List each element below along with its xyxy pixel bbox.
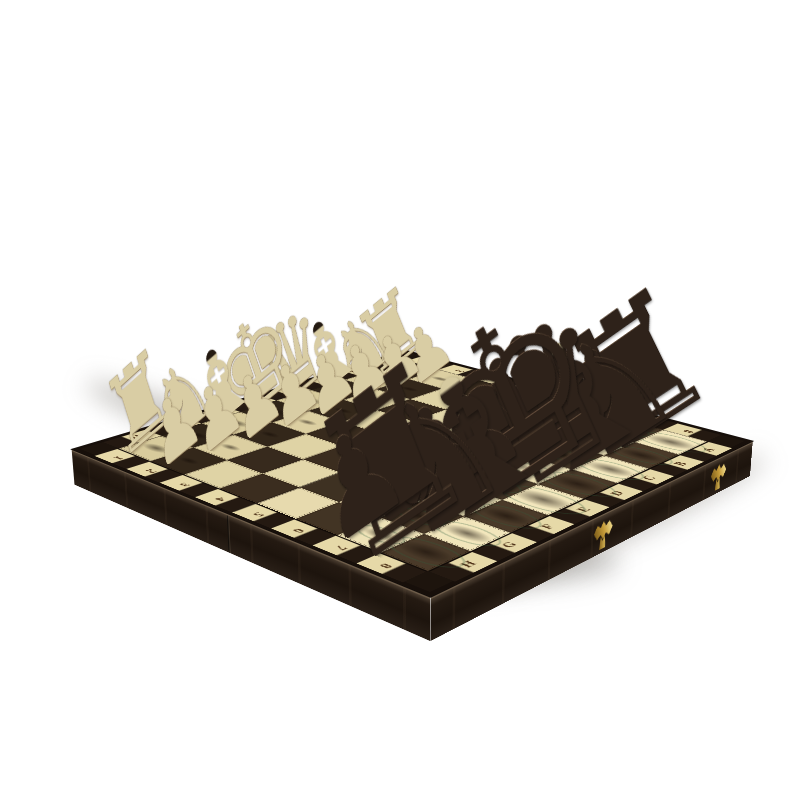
file-label-text: F bbox=[538, 523, 557, 530]
board-top-surface: 12345678 12345678 ABCDEFGH ABCDEFGH ♜♞♝♛… bbox=[72, 350, 753, 597]
photo-stage: Overhead-angle product photo of a foldin… bbox=[0, 0, 800, 800]
file-label-text: C bbox=[641, 475, 660, 482]
rank-label-text: 3 bbox=[177, 481, 192, 487]
file-label-text: G bbox=[499, 541, 520, 550]
rank-label-text: 4 bbox=[212, 496, 228, 502]
rank-label-text: 8 bbox=[376, 562, 394, 570]
file-label-text: B bbox=[672, 461, 690, 467]
rank-label-text: 2 bbox=[143, 468, 158, 474]
rank-label-text: 1 bbox=[111, 455, 125, 460]
chess-board: 12345678 12345678 ABCDEFGH ABCDEFGH ♜♞♝♛… bbox=[72, 350, 753, 597]
rank-label-text: 7 bbox=[332, 544, 350, 551]
file-label-text: D bbox=[609, 490, 628, 497]
scene: 12345678 12345678 ABCDEFGH ABCDEFGH ♜♞♝♛… bbox=[0, 0, 800, 800]
rank-label-text: 5 bbox=[250, 511, 267, 518]
rank-label-text: 6 bbox=[290, 527, 307, 534]
